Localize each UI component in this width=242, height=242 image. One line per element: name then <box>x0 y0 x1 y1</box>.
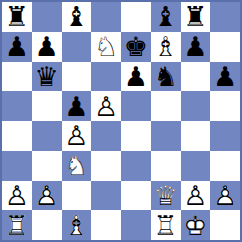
black-knight[interactable]: ♞ <box>151 62 181 92</box>
square-d4[interactable] <box>91 121 121 151</box>
white-pawn-outline: ♙ <box>91 91 121 121</box>
white-pawn-outline: ♙ <box>2 181 32 211</box>
square-f7[interactable]: ♝♗ <box>151 32 181 62</box>
square-h1[interactable] <box>210 210 240 240</box>
black-pawn[interactable]: ♟ <box>181 32 211 62</box>
white-pawn[interactable]: ♟♙ <box>210 181 240 211</box>
black-bishop-glyph: ♝ <box>151 2 181 32</box>
square-e1[interactable] <box>121 210 151 240</box>
white-knight[interactable]: ♞♘ <box>62 151 92 181</box>
square-b8[interactable] <box>32 2 62 32</box>
square-d5[interactable]: ♟♙ <box>91 91 121 121</box>
black-pawn[interactable]: ♟ <box>210 62 240 92</box>
white-rook[interactable]: ♜♖ <box>2 210 32 240</box>
square-f6[interactable]: ♞ <box>151 62 181 92</box>
square-h5[interactable] <box>210 91 240 121</box>
white-pawn[interactable]: ♟♙ <box>181 181 211 211</box>
black-rook[interactable]: ♜ <box>2 2 32 32</box>
black-rook-glyph: ♜ <box>181 2 211 32</box>
square-g7[interactable]: ♟ <box>181 32 211 62</box>
white-pawn[interactable]: ♟♙ <box>91 91 121 121</box>
square-c1[interactable]: ♝♗ <box>62 210 92 240</box>
square-g8[interactable]: ♜ <box>181 2 211 32</box>
square-f4[interactable] <box>151 121 181 151</box>
square-d1[interactable] <box>91 210 121 240</box>
square-b1[interactable] <box>32 210 62 240</box>
black-rook-glyph: ♜ <box>2 2 32 32</box>
black-pawn-glyph: ♟ <box>121 62 151 92</box>
square-a3[interactable] <box>2 151 32 181</box>
square-f5[interactable] <box>151 91 181 121</box>
black-pawn-glyph: ♟ <box>181 32 211 62</box>
square-h6[interactable]: ♟ <box>210 62 240 92</box>
square-d8[interactable] <box>91 2 121 32</box>
square-e2[interactable] <box>121 181 151 211</box>
white-pawn[interactable]: ♟♙ <box>32 181 62 211</box>
black-queen-glyph: ♛ <box>32 62 62 92</box>
white-pawn-outline: ♙ <box>210 181 240 211</box>
white-knight-outline: ♘ <box>62 151 92 181</box>
square-a7[interactable]: ♟ <box>2 32 32 62</box>
white-queen[interactable]: ♛♕ <box>151 181 181 211</box>
white-knight[interactable]: ♞♘ <box>91 32 121 62</box>
white-bishop-outline: ♗ <box>62 210 92 240</box>
square-a8[interactable]: ♜ <box>2 2 32 32</box>
square-h4[interactable] <box>210 121 240 151</box>
black-pawn-glyph: ♟ <box>2 32 32 62</box>
square-a6[interactable] <box>2 62 32 92</box>
black-pawn[interactable]: ♟ <box>2 32 32 62</box>
square-h2[interactable]: ♟♙ <box>210 181 240 211</box>
square-c6[interactable] <box>62 62 92 92</box>
square-d2[interactable] <box>91 181 121 211</box>
square-h8[interactable] <box>210 2 240 32</box>
square-d3[interactable] <box>91 151 121 181</box>
square-e3[interactable] <box>121 151 151 181</box>
white-pawn[interactable]: ♟♙ <box>2 181 32 211</box>
white-knight-outline: ♘ <box>91 32 121 62</box>
square-g1[interactable]: ♚♔ <box>181 210 211 240</box>
square-e5[interactable] <box>121 91 151 121</box>
white-rook[interactable]: ♜♖ <box>151 210 181 240</box>
square-c2[interactable] <box>62 181 92 211</box>
white-rook-outline: ♖ <box>2 210 32 240</box>
black-knight-glyph: ♞ <box>151 62 181 92</box>
square-d6[interactable] <box>91 62 121 92</box>
white-pawn-outline: ♙ <box>181 181 211 211</box>
square-f8[interactable]: ♝ <box>151 2 181 32</box>
white-bishop[interactable]: ♝♗ <box>151 32 181 62</box>
white-king-outline: ♔ <box>181 210 211 240</box>
black-king[interactable]: ♚ <box>121 32 151 62</box>
black-king-glyph: ♚ <box>121 32 151 62</box>
square-b2[interactable]: ♟♙ <box>32 181 62 211</box>
black-pawn[interactable]: ♟ <box>32 32 62 62</box>
square-f1[interactable]: ♜♖ <box>151 210 181 240</box>
square-c3[interactable]: ♞♘ <box>62 151 92 181</box>
square-a4[interactable] <box>2 121 32 151</box>
black-bishop-glyph: ♝ <box>62 2 92 32</box>
square-h7[interactable] <box>210 32 240 62</box>
chess-board-wrapper: ♜♝♝♜♟♟♞♘♚♝♗♟♛♟♞♟♟♟♙♟♙♞♘♟♙♟♙♛♕♟♙♟♙♜♖♝♗♜♖♚… <box>0 0 242 242</box>
square-c7[interactable] <box>62 32 92 62</box>
square-d7[interactable]: ♞♘ <box>91 32 121 62</box>
square-g4[interactable] <box>181 121 211 151</box>
square-b4[interactable] <box>32 121 62 151</box>
black-pawn[interactable]: ♟ <box>121 62 151 92</box>
white-bishop[interactable]: ♝♗ <box>62 210 92 240</box>
square-e6[interactable]: ♟ <box>121 62 151 92</box>
white-queen-outline: ♕ <box>151 181 181 211</box>
white-pawn-outline: ♙ <box>62 121 92 151</box>
square-a1[interactable]: ♜♖ <box>2 210 32 240</box>
square-c5[interactable]: ♟ <box>62 91 92 121</box>
square-b7[interactable]: ♟ <box>32 32 62 62</box>
black-pawn[interactable]: ♟ <box>62 91 92 121</box>
black-pawn-glyph: ♟ <box>32 32 62 62</box>
square-f3[interactable] <box>151 151 181 181</box>
square-f2[interactable]: ♛♕ <box>151 181 181 211</box>
black-pawn-glyph: ♟ <box>62 91 92 121</box>
black-rook[interactable]: ♜ <box>181 2 211 32</box>
square-e7[interactable]: ♚ <box>121 32 151 62</box>
square-e8[interactable] <box>121 2 151 32</box>
square-h3[interactable] <box>210 151 240 181</box>
square-a2[interactable]: ♟♙ <box>2 181 32 211</box>
square-g2[interactable]: ♟♙ <box>181 181 211 211</box>
square-c8[interactable]: ♝ <box>62 2 92 32</box>
white-rook-outline: ♖ <box>151 210 181 240</box>
square-g6[interactable] <box>181 62 211 92</box>
square-b3[interactable] <box>32 151 62 181</box>
square-b6[interactable]: ♛ <box>32 62 62 92</box>
square-g3[interactable] <box>181 151 211 181</box>
chess-board: ♜♝♝♜♟♟♞♘♚♝♗♟♛♟♞♟♟♟♙♟♙♞♘♟♙♟♙♛♕♟♙♟♙♜♖♝♗♜♖♚… <box>0 0 242 242</box>
square-b5[interactable] <box>32 91 62 121</box>
square-g5[interactable] <box>181 91 211 121</box>
white-pawn[interactable]: ♟♙ <box>62 121 92 151</box>
square-e4[interactable] <box>121 121 151 151</box>
white-bishop-outline: ♗ <box>151 32 181 62</box>
black-pawn-glyph: ♟ <box>210 62 240 92</box>
white-king[interactable]: ♚♔ <box>181 210 211 240</box>
black-bishop[interactable]: ♝ <box>62 2 92 32</box>
square-a5[interactable] <box>2 91 32 121</box>
black-bishop[interactable]: ♝ <box>151 2 181 32</box>
square-c4[interactable]: ♟♙ <box>62 121 92 151</box>
black-queen[interactable]: ♛ <box>32 62 62 92</box>
white-pawn-outline: ♙ <box>32 181 62 211</box>
